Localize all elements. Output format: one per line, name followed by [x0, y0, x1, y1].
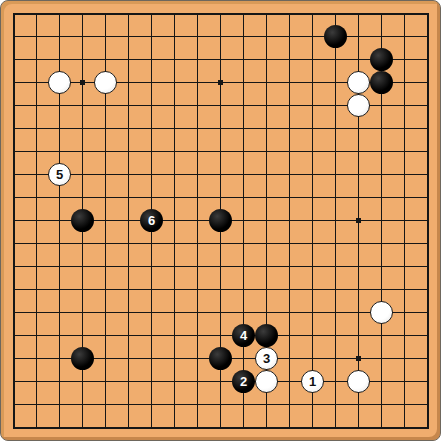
go-board: 564321: [0, 0, 441, 441]
board-intersection: [186, 117, 209, 140]
board-intersection: [71, 347, 94, 370]
board-intersection: [209, 347, 232, 370]
board-intersection: [48, 94, 71, 117]
board-intersection: [94, 324, 117, 347]
board-intersection: [140, 25, 163, 48]
board-intersection: [25, 232, 48, 255]
board-intersection: [255, 140, 278, 163]
board-intersection: [25, 186, 48, 209]
board-intersection: [71, 232, 94, 255]
board-intersection: [255, 209, 278, 232]
board-intersection: [255, 301, 278, 324]
board-intersection: [324, 324, 347, 347]
board-intersection: [324, 209, 347, 232]
black-stone: [255, 324, 278, 347]
board-intersection: [163, 278, 186, 301]
board-intersection: [117, 232, 140, 255]
board-intersection: [393, 416, 416, 439]
board-intersection: [117, 416, 140, 439]
board-intersection: [2, 416, 25, 439]
board-intersection: [48, 140, 71, 163]
board-intersection: [209, 324, 232, 347]
board-intersection: [232, 25, 255, 48]
board-intersection: [347, 232, 370, 255]
board-intersection: [255, 416, 278, 439]
board-intersection: [2, 347, 25, 370]
board-intersection: [94, 2, 117, 25]
board-intersection: [301, 278, 324, 301]
white-stone-move-1: 1: [301, 370, 324, 393]
board-intersection: [71, 393, 94, 416]
board-intersection: [163, 209, 186, 232]
board-intersection: [163, 94, 186, 117]
board-intersection: [163, 347, 186, 370]
board-intersection: [140, 324, 163, 347]
board-intersection: [370, 301, 393, 324]
move-number: 2: [240, 375, 247, 388]
board-intersection: [301, 48, 324, 71]
black-stone: [209, 347, 232, 370]
board-intersection: [370, 186, 393, 209]
board-intersection: [278, 186, 301, 209]
board-intersection: [393, 232, 416, 255]
board-intersection: [140, 393, 163, 416]
board-intersection: [209, 48, 232, 71]
board-intersection: [163, 140, 186, 163]
board-intersection: [232, 232, 255, 255]
board-intersection: [370, 255, 393, 278]
board-intersection: [186, 25, 209, 48]
board-intersection: [393, 2, 416, 25]
board-intersection: [324, 94, 347, 117]
board-intersection: [393, 370, 416, 393]
board-intersection: [393, 278, 416, 301]
board-intersection: [25, 2, 48, 25]
board-intersection: [117, 48, 140, 71]
board-intersection: [255, 25, 278, 48]
board-intersection: [25, 117, 48, 140]
board-intersection: [278, 71, 301, 94]
board-intersection: [301, 117, 324, 140]
board-intersection: [278, 324, 301, 347]
board-intersection: [416, 324, 439, 347]
board-intersection: [209, 255, 232, 278]
board-intersection: [140, 301, 163, 324]
white-stone: [370, 301, 393, 324]
board-intersection: [48, 71, 71, 94]
board-intersection: [370, 278, 393, 301]
board-intersection: [2, 117, 25, 140]
board-intersection: [2, 2, 25, 25]
move-number: 5: [56, 168, 63, 181]
board-intersection: [278, 301, 301, 324]
board-intersection: [324, 71, 347, 94]
board-intersection: [370, 48, 393, 71]
board-intersection: [301, 324, 324, 347]
board-intersection: [117, 25, 140, 48]
board-intersection: [393, 347, 416, 370]
board-intersection: [117, 301, 140, 324]
board-intersection: [71, 416, 94, 439]
board-intersection: [278, 48, 301, 71]
board-intersection: [117, 94, 140, 117]
board-intersection: 6: [140, 209, 163, 232]
board-intersection: [232, 140, 255, 163]
board-intersection: [416, 2, 439, 25]
board-intersection: [140, 117, 163, 140]
board-intersection: [278, 209, 301, 232]
board-intersection: [140, 347, 163, 370]
board-intersection: [71, 140, 94, 163]
board-intersection: [255, 370, 278, 393]
board-intersection: [2, 393, 25, 416]
white-stone: [347, 370, 370, 393]
board-intersection: [186, 163, 209, 186]
board-intersection: [393, 94, 416, 117]
board-intersection: [278, 416, 301, 439]
board-intersection: [2, 255, 25, 278]
board-intersection: [2, 163, 25, 186]
board-intersection: [2, 140, 25, 163]
board-intersection: [209, 163, 232, 186]
board-intersection: [301, 94, 324, 117]
black-stone: [370, 48, 393, 71]
board-intersection: [48, 416, 71, 439]
board-intersection: [278, 347, 301, 370]
board-intersection: [347, 71, 370, 94]
board-intersection: [94, 278, 117, 301]
board-intersection: [25, 255, 48, 278]
board-intersection: [163, 301, 186, 324]
board-intersection: [370, 232, 393, 255]
board-intersection: [71, 278, 94, 301]
board-intersection: [48, 393, 71, 416]
board-intersection: [255, 2, 278, 25]
board-intersection: [255, 71, 278, 94]
board-intersection: [94, 25, 117, 48]
board-intersection: [163, 71, 186, 94]
board-intersection: [255, 393, 278, 416]
board-intersection: [416, 94, 439, 117]
board-intersection: [324, 347, 347, 370]
board-intersection: [25, 209, 48, 232]
board-intersection: [347, 94, 370, 117]
board-grid: 564321: [2, 2, 439, 439]
board-intersection: [186, 370, 209, 393]
board-intersection: [301, 140, 324, 163]
board-intersection: [117, 255, 140, 278]
board-intersection: [94, 347, 117, 370]
board-intersection: [347, 255, 370, 278]
board-intersection: [25, 163, 48, 186]
board-intersection: [186, 186, 209, 209]
board-intersection: [393, 140, 416, 163]
board-intersection: [416, 71, 439, 94]
board-intersection: [94, 393, 117, 416]
board-intersection: [163, 117, 186, 140]
board-intersection: [163, 255, 186, 278]
board-intersection: [370, 2, 393, 25]
board-intersection: [370, 163, 393, 186]
board-intersection: [255, 324, 278, 347]
board-intersection: [209, 416, 232, 439]
star-point: [356, 218, 361, 223]
white-stone: [94, 71, 117, 94]
board-intersection: [117, 278, 140, 301]
board-intersection: [324, 48, 347, 71]
board-intersection: [370, 94, 393, 117]
board-intersection: [117, 2, 140, 25]
board-intersection: [232, 2, 255, 25]
board-intersection: [416, 232, 439, 255]
board-intersection: [255, 94, 278, 117]
move-number: 4: [240, 329, 247, 342]
board-intersection: [347, 25, 370, 48]
board-intersection: [232, 48, 255, 71]
black-stone-move-6: 6: [140, 209, 163, 232]
board-intersection: [278, 232, 301, 255]
board-intersection: [209, 370, 232, 393]
board-intersection: [393, 186, 416, 209]
board-intersection: [347, 209, 370, 232]
board-intersection: [416, 48, 439, 71]
board-intersection: [117, 163, 140, 186]
board-intersection: [163, 324, 186, 347]
white-stone: [347, 94, 370, 117]
board-intersection: [278, 25, 301, 48]
white-stone: [48, 71, 71, 94]
board-intersection: [301, 416, 324, 439]
board-intersection: [232, 347, 255, 370]
board-intersection: [48, 186, 71, 209]
board-intersection: [25, 278, 48, 301]
board-intersection: [71, 209, 94, 232]
board-intersection: [347, 2, 370, 25]
board-intersection: [324, 2, 347, 25]
board-intersection: [186, 255, 209, 278]
board-intersection: [186, 393, 209, 416]
board-intersection: [209, 140, 232, 163]
board-intersection: [48, 117, 71, 140]
board-intersection: [232, 278, 255, 301]
board-intersection: [186, 278, 209, 301]
board-intersection: [186, 2, 209, 25]
board-intersection: [186, 140, 209, 163]
board-intersection: [94, 140, 117, 163]
board-intersection: [416, 186, 439, 209]
board-intersection: [416, 393, 439, 416]
board-intersection: [140, 416, 163, 439]
board-intersection: [48, 347, 71, 370]
board-intersection: [324, 393, 347, 416]
board-intersection: [324, 117, 347, 140]
board-intersection: [232, 117, 255, 140]
board-intersection: [2, 94, 25, 117]
board-intersection: [347, 48, 370, 71]
board-intersection: [2, 232, 25, 255]
black-stone: [71, 209, 94, 232]
board-intersection: 3: [255, 347, 278, 370]
board-intersection: [140, 186, 163, 209]
board-intersection: [71, 71, 94, 94]
board-intersection: [117, 186, 140, 209]
board-intersection: [416, 255, 439, 278]
board-intersection: [278, 278, 301, 301]
board-intersection: [416, 140, 439, 163]
black-stone: [209, 209, 232, 232]
board-intersection: [370, 71, 393, 94]
board-intersection: [140, 232, 163, 255]
board-intersection: [370, 324, 393, 347]
black-stone-move-2: 2: [232, 370, 255, 393]
board-intersection: [2, 301, 25, 324]
move-number: 3: [263, 352, 270, 365]
board-intersection: [393, 255, 416, 278]
board-intersection: [209, 2, 232, 25]
board-intersection: [117, 370, 140, 393]
board-intersection: [301, 301, 324, 324]
board-intersection: [301, 71, 324, 94]
board-intersection: [25, 347, 48, 370]
board-intersection: [25, 370, 48, 393]
black-stone: [324, 25, 347, 48]
board-intersection: [416, 163, 439, 186]
board-intersection: [347, 117, 370, 140]
board-intersection: 4: [232, 324, 255, 347]
board-intersection: [25, 393, 48, 416]
board-intersection: [71, 25, 94, 48]
board-intersection: [163, 370, 186, 393]
board-intersection: [393, 25, 416, 48]
board-intersection: [140, 370, 163, 393]
board-intersection: [48, 324, 71, 347]
board-intersection: [301, 232, 324, 255]
board-intersection: [393, 209, 416, 232]
board-intersection: [209, 232, 232, 255]
board-intersection: [324, 232, 347, 255]
board-intersection: [255, 232, 278, 255]
board-intersection: [370, 393, 393, 416]
board-intersection: [94, 186, 117, 209]
board-intersection: [232, 393, 255, 416]
board-intersection: [209, 393, 232, 416]
board-intersection: [71, 117, 94, 140]
board-intersection: [163, 393, 186, 416]
board-intersection: [186, 71, 209, 94]
board-intersection: [140, 278, 163, 301]
board-intersection: [255, 278, 278, 301]
board-intersection: [140, 2, 163, 25]
board-intersection: [163, 25, 186, 48]
board-intersection: [301, 2, 324, 25]
board-intersection: [370, 370, 393, 393]
board-intersection: [324, 370, 347, 393]
board-intersection: [25, 301, 48, 324]
board-intersection: [301, 186, 324, 209]
board-intersection: [48, 2, 71, 25]
board-intersection: [416, 370, 439, 393]
board-intersection: [48, 232, 71, 255]
board-intersection: [324, 278, 347, 301]
board-intersection: [163, 163, 186, 186]
board-intersection: [347, 186, 370, 209]
board-intersection: [324, 25, 347, 48]
board-intersection: [163, 48, 186, 71]
board-intersection: [25, 140, 48, 163]
board-intersection: [393, 324, 416, 347]
board-intersection: [186, 347, 209, 370]
board-intersection: [117, 140, 140, 163]
board-intersection: [393, 48, 416, 71]
board-intersection: [232, 71, 255, 94]
board-intersection: [255, 48, 278, 71]
board-intersection: [232, 301, 255, 324]
board-intersection: [209, 186, 232, 209]
board-intersection: [48, 25, 71, 48]
board-intersection: [163, 2, 186, 25]
board-intersection: [301, 163, 324, 186]
board-intersection: [48, 48, 71, 71]
board-intersection: [347, 301, 370, 324]
board-intersection: [278, 163, 301, 186]
board-intersection: [2, 324, 25, 347]
board-intersection: [370, 140, 393, 163]
board-intersection: [48, 370, 71, 393]
board-intersection: [370, 209, 393, 232]
board-intersection: [347, 416, 370, 439]
board-intersection: [71, 370, 94, 393]
board-intersection: [94, 117, 117, 140]
board-intersection: [117, 117, 140, 140]
board-intersection: 2: [232, 370, 255, 393]
board-intersection: [186, 94, 209, 117]
board-intersection: [140, 94, 163, 117]
board-intersection: [48, 301, 71, 324]
star-point: [80, 80, 85, 85]
board-intersection: [2, 278, 25, 301]
black-stone: [71, 347, 94, 370]
board-intersection: [370, 416, 393, 439]
board-intersection: [25, 324, 48, 347]
board-intersection: [94, 301, 117, 324]
board-intersection: [94, 209, 117, 232]
board-intersection: [25, 48, 48, 71]
board-intersection: [232, 163, 255, 186]
board-intersection: [71, 255, 94, 278]
board-intersection: [94, 370, 117, 393]
board-intersection: [71, 48, 94, 71]
board-intersection: [209, 301, 232, 324]
board-intersection: [324, 416, 347, 439]
board-intersection: [94, 416, 117, 439]
board-intersection: [370, 117, 393, 140]
board-intersection: [278, 2, 301, 25]
board-intersection: [393, 117, 416, 140]
board-intersection: [324, 140, 347, 163]
board-intersection: [209, 94, 232, 117]
move-number: 6: [148, 214, 155, 227]
board-intersection: [117, 324, 140, 347]
board-intersection: [163, 416, 186, 439]
board-intersection: [301, 209, 324, 232]
board-intersection: [2, 209, 25, 232]
board-intersection: [71, 163, 94, 186]
board-intersection: [25, 416, 48, 439]
board-intersection: [94, 255, 117, 278]
black-stone: [370, 71, 393, 94]
board-intersection: [347, 370, 370, 393]
board-intersection: [25, 94, 48, 117]
